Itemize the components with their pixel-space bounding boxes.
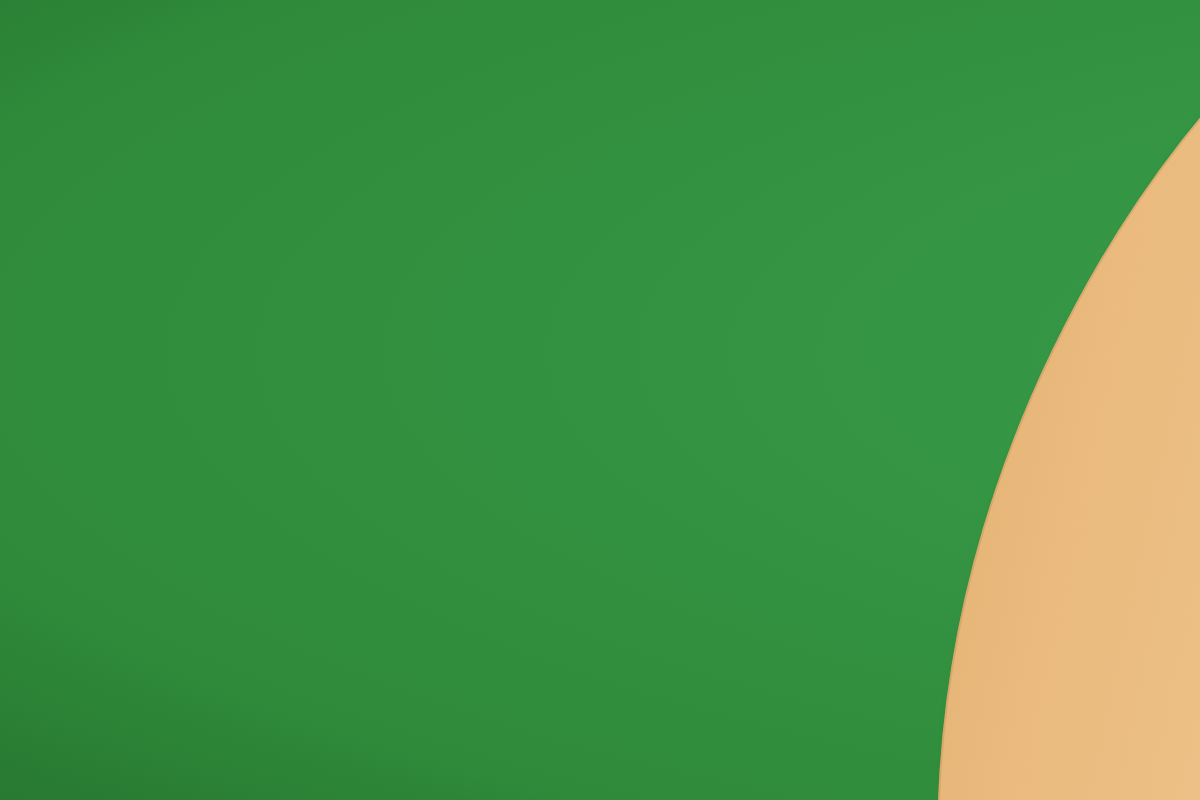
pawn-glyph: ♟ xyxy=(378,0,1200,800)
pieces-layer: ♜♞♝♚♛♝♞♜♟♟♟♟♟♟♟♟ xyxy=(0,0,1200,800)
photo-scene: ♜♞♝♚♛♝♞♜♟♟♟♟♟♟♟♟ xyxy=(0,0,1200,800)
